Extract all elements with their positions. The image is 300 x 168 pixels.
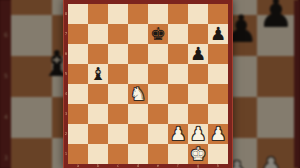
square-a4[interactable] [68, 84, 88, 104]
square-e2[interactable] [148, 124, 168, 144]
square-h5[interactable] [208, 64, 228, 84]
square-g6[interactable]: ♟ [188, 44, 208, 64]
square-d2[interactable] [128, 124, 148, 144]
file-label-d: d [128, 164, 148, 168]
square-e5[interactable] [148, 64, 168, 84]
black-pawn-g6[interactable]: ♟ [188, 44, 208, 64]
square-c6[interactable] [108, 44, 128, 64]
square-f4[interactable] [168, 84, 188, 104]
bg-square [257, 56, 298, 97]
square-d8[interactable] [128, 4, 148, 24]
square-b6[interactable] [88, 44, 108, 64]
rank-label-3: 3 [64, 104, 68, 124]
bg-square [11, 138, 52, 168]
bg-frame-right [294, 0, 300, 168]
square-f2[interactable]: ♟ [168, 124, 188, 144]
black-king-e7[interactable]: ♚ [148, 24, 168, 44]
square-b3[interactable] [88, 104, 108, 124]
square-e6[interactable] [148, 44, 168, 64]
rank-label-7: 7 [64, 24, 68, 44]
square-e7[interactable]: ♚ [148, 24, 168, 44]
file-label-f: f [168, 164, 188, 168]
square-g3[interactable] [188, 104, 208, 124]
board-squares: ♚♟♟♝♞♟♟♟♚ [68, 4, 228, 164]
bg-square [11, 97, 52, 138]
file-label-h: h [208, 164, 228, 168]
square-h6[interactable] [208, 44, 228, 64]
square-f5[interactable] [168, 64, 188, 84]
white-knight-d4[interactable]: ♞ [128, 84, 148, 104]
file-label-g: g [188, 164, 208, 168]
white-pawn-g2[interactable]: ♟ [188, 124, 208, 144]
square-d3[interactable] [128, 104, 148, 124]
square-e8[interactable] [148, 4, 168, 24]
square-a2[interactable] [68, 124, 88, 144]
black-pawn-h7[interactable]: ♟ [208, 24, 228, 44]
square-h3[interactable] [208, 104, 228, 124]
square-e1[interactable] [148, 144, 168, 164]
rank-label-5: 5 [64, 64, 68, 84]
bg-square [11, 0, 52, 15]
bg-rank-label: 6 [4, 31, 8, 38]
rank-label-2: 2 [64, 124, 68, 144]
square-c4[interactable] [108, 84, 128, 104]
square-d4[interactable]: ♞ [128, 84, 148, 104]
square-d1[interactable] [128, 144, 148, 164]
square-b8[interactable] [88, 4, 108, 24]
square-g2[interactable]: ♟ [188, 124, 208, 144]
square-f3[interactable] [168, 104, 188, 124]
square-g5[interactable] [188, 64, 208, 84]
bg-rank-label: 5 [4, 72, 8, 79]
white-king-g1[interactable]: ♚ [188, 144, 208, 164]
square-h8[interactable] [208, 4, 228, 24]
square-a7[interactable] [68, 24, 88, 44]
square-a8[interactable] [68, 4, 88, 24]
square-a5[interactable] [68, 64, 88, 84]
bg-square [257, 97, 298, 138]
black-bishop-b5[interactable]: ♝ [88, 64, 108, 84]
chess-board: ♚♟♟♝♞♟♟♟♚ 87654321 abcdefgh [63, 0, 233, 168]
square-e4[interactable] [148, 84, 168, 104]
square-g8[interactable] [188, 4, 208, 24]
file-label-e: e [148, 164, 168, 168]
square-d7[interactable] [128, 24, 148, 44]
white-pawn-f2[interactable]: ♟ [168, 124, 188, 144]
square-h4[interactable] [208, 84, 228, 104]
bg-frame-left [0, 0, 11, 168]
square-f7[interactable] [168, 24, 188, 44]
square-d5[interactable] [128, 64, 148, 84]
square-f8[interactable] [168, 4, 188, 24]
square-b2[interactable] [88, 124, 108, 144]
square-h1[interactable] [208, 144, 228, 164]
bg-rank-label: 3 [4, 154, 8, 161]
square-c3[interactable] [108, 104, 128, 124]
rank-label-6: 6 [64, 44, 68, 64]
square-b7[interactable] [88, 24, 108, 44]
rank-label-1: 1 [64, 144, 68, 164]
square-c7[interactable] [108, 24, 128, 44]
square-f6[interactable] [168, 44, 188, 64]
bg-black-pawn: ♟ [258, 0, 294, 33]
square-g4[interactable] [188, 84, 208, 104]
square-b4[interactable] [88, 84, 108, 104]
square-a6[interactable] [68, 44, 88, 64]
square-a1[interactable] [68, 144, 88, 164]
square-c1[interactable] [108, 144, 128, 164]
square-h7[interactable]: ♟ [208, 24, 228, 44]
bg-white-pawn: ♟ [252, 153, 290, 168]
file-label-c: c [108, 164, 128, 168]
square-e3[interactable] [148, 104, 168, 124]
square-f1[interactable] [168, 144, 188, 164]
square-d6[interactable] [128, 44, 148, 64]
square-g1[interactable]: ♚ [188, 144, 208, 164]
square-c2[interactable] [108, 124, 128, 144]
square-c8[interactable] [108, 4, 128, 24]
square-c5[interactable] [108, 64, 128, 84]
bg-rank-label: 4 [4, 113, 8, 120]
square-g7[interactable] [188, 24, 208, 44]
white-pawn-h2[interactable]: ♟ [208, 124, 228, 144]
chess-video-frame: 6543♝♟♟♟♟ ♚♟♟♝♞♟♟♟♚ 87654321 abcdefgh [0, 0, 300, 168]
rank-label-4: 4 [64, 84, 68, 104]
file-label-b: b [88, 164, 108, 168]
square-b1[interactable] [88, 144, 108, 164]
square-a3[interactable] [68, 104, 88, 124]
file-label-a: a [68, 164, 88, 168]
square-b5[interactable]: ♝ [88, 64, 108, 84]
square-h2[interactable]: ♟ [208, 124, 228, 144]
rank-label-8: 8 [64, 4, 68, 24]
